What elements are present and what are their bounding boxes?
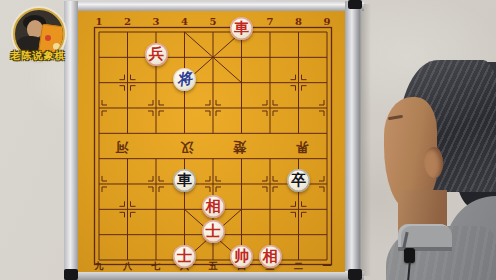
- video-frame: 123456789 河汉楚界 九八七六五四三二一 車兵将車卒相士士帅相 老陈说象…: [0, 0, 496, 280]
- presenter-ear: [424, 147, 443, 178]
- presenter: [0, 0, 496, 280]
- lavalier-mic: [404, 248, 415, 263]
